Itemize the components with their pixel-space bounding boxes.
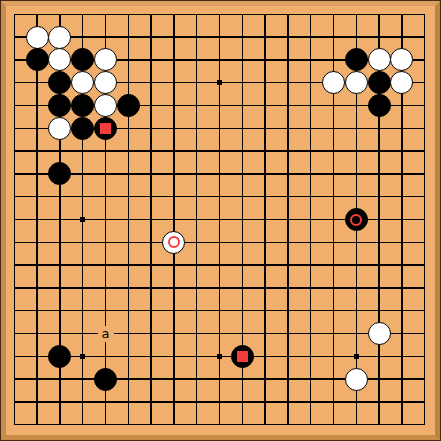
white-stone [94,71,117,94]
black-stone [231,345,254,368]
red-square-marker [100,123,111,134]
black-stone [26,48,49,71]
white-stone [390,48,413,71]
black-stone [48,162,71,185]
black-stone [71,48,94,71]
go-board-diagram: a [0,0,441,441]
white-stone [94,48,117,71]
white-stone [390,71,413,94]
black-stone [71,117,94,140]
white-stone [162,231,185,254]
black-stone [94,117,117,140]
black-stone [117,94,140,117]
stones-layer: a [0,0,441,441]
white-stone [48,26,71,49]
black-stone [48,94,71,117]
black-stone [368,94,391,117]
white-stone [345,71,368,94]
black-stone [345,48,368,71]
white-stone [26,26,49,49]
white-stone [48,48,71,71]
black-stone [48,71,71,94]
white-stone [322,71,345,94]
white-stone [48,117,71,140]
white-stone [368,322,391,345]
white-stone [71,71,94,94]
white-stone [368,48,391,71]
red-circle-marker [168,236,180,248]
black-stone [345,208,368,231]
red-square-marker [237,351,248,362]
black-stone [94,368,117,391]
black-stone [71,94,94,117]
white-stone [94,94,117,117]
point-label-a: a [98,326,114,342]
black-stone [48,345,71,368]
red-circle-marker [350,214,362,226]
white-stone [345,368,368,391]
black-stone [368,71,391,94]
